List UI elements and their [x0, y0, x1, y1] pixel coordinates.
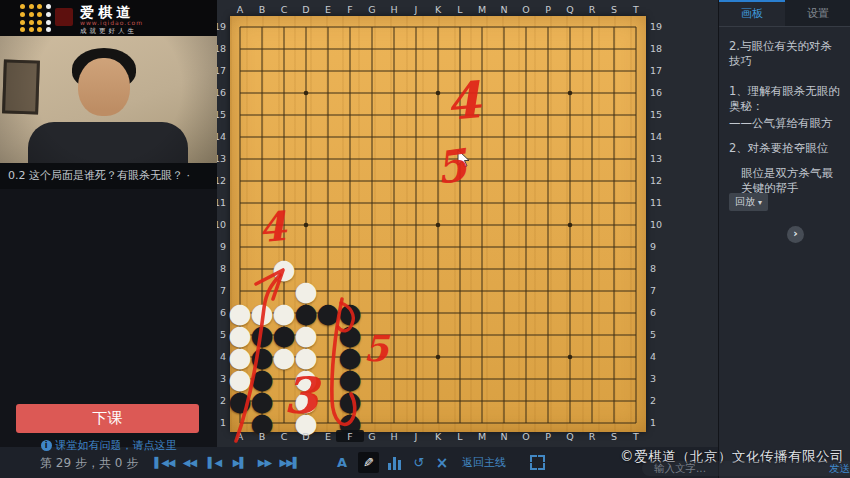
- note-line: 1、理解有眼杀无眼的奥秘：: [729, 84, 841, 114]
- coord-label: H: [388, 431, 400, 442]
- coord-label: F: [344, 431, 356, 442]
- replay-dropdown-label: 回放: [735, 196, 755, 207]
- fast-backward-button[interactable]: ◀◀: [177, 457, 202, 468]
- chevron-down-icon: ▾: [758, 198, 762, 207]
- coord-label: N: [498, 4, 510, 15]
- stone-black: ●: [317, 302, 339, 324]
- coord-label: M: [476, 431, 488, 442]
- coord-label: 16: [650, 87, 674, 98]
- lesson-question: 0.2 这个局面是谁死？有眼杀无眼？ ·: [0, 163, 217, 189]
- text-tool-button[interactable]: A: [332, 455, 352, 470]
- brand-bar: 爱棋道 www.iqidao.com 成就更好人生: [0, 0, 217, 36]
- coord-label: B: [256, 431, 268, 442]
- playback-buttons: ▌◀◀◀◀▌◀▶▌▶▶▶▶▌: [152, 457, 302, 468]
- coord-label: Q: [564, 431, 576, 442]
- step-forward-button[interactable]: ▶▌: [227, 457, 252, 468]
- coord-label: D: [300, 431, 312, 442]
- instructor-video: [0, 36, 217, 163]
- go-board[interactable]: ●●●●●●●●●●●●●●●●●●●●●●●●●●●●●: [230, 16, 646, 432]
- fast-forward-button[interactable]: ▶▶: [252, 457, 277, 468]
- coord-label: 6: [650, 307, 674, 318]
- coord-label: P: [542, 431, 554, 442]
- coord-label: C: [278, 4, 290, 15]
- coord-label: B: [256, 4, 268, 15]
- end-class-button[interactable]: 下课: [16, 404, 199, 433]
- note-line: 2.与眼位有关的对杀技巧: [729, 39, 841, 69]
- stone-white: ●: [273, 258, 295, 280]
- coord-label: S: [608, 431, 620, 442]
- brand-slogan: 成就更好人生: [80, 27, 210, 35]
- coord-label: 3: [650, 373, 674, 384]
- video-vignette: [0, 36, 217, 163]
- app-window: ●●●●●●●●●●●●●●●●●●●●●●●●●●●●● AABBCCDDEE…: [0, 0, 850, 478]
- coord-label: 15: [650, 109, 674, 120]
- panel-collapse-handle[interactable]: ›: [787, 226, 804, 243]
- brand-text: 爱棋道 www.iqidao.com 成就更好人生: [80, 5, 210, 35]
- info-icon: i: [41, 440, 52, 451]
- coord-label: K: [432, 4, 444, 15]
- tab-settings[interactable]: 设置: [785, 0, 850, 26]
- jump-start-button[interactable]: ▌◀◀: [152, 457, 177, 468]
- coord-label: E: [322, 4, 334, 15]
- coord-label: 17: [650, 65, 674, 76]
- chat-input-bar[interactable]: 输入文字... 发送: [642, 461, 850, 476]
- brand-name: 爱棋道: [80, 5, 210, 19]
- coord-label: R: [586, 431, 598, 442]
- tab-whiteboard[interactable]: 画板: [719, 0, 785, 26]
- coord-label: 4: [650, 351, 674, 362]
- chat-input[interactable]: 输入文字...: [654, 462, 706, 476]
- coord-label: E: [322, 431, 334, 442]
- coord-label: F: [344, 4, 356, 15]
- clear-ink-button[interactable]: ×: [432, 454, 452, 472]
- help-link[interactable]: i课堂如有问题，请点这里: [0, 438, 217, 453]
- brush-tool-button[interactable]: ✎: [358, 452, 379, 473]
- coord-label: 14: [650, 131, 674, 142]
- coord-label: C: [278, 431, 290, 442]
- coord-label: 1: [650, 417, 674, 428]
- coord-label: 5: [650, 329, 674, 340]
- lesson-notes: 2.与眼位有关的对杀技巧1、理解有眼杀无眼的奥秘：——公气算给有眼方2、对杀要抢…: [719, 27, 850, 196]
- coord-label: 19: [650, 21, 674, 32]
- coord-label: J: [410, 431, 422, 442]
- move-counter: 第 29 步，共 0 步: [40, 455, 138, 472]
- send-button[interactable]: 发送: [829, 462, 850, 476]
- brush-icon: ✎: [363, 455, 374, 470]
- coord-label: J: [410, 4, 422, 15]
- coord-label: 12: [650, 175, 674, 186]
- coord-label: M: [476, 4, 488, 15]
- coord-label: 8: [650, 263, 674, 274]
- chart-tool-button[interactable]: [388, 456, 404, 470]
- brand-url: www.iqidao.com: [80, 19, 210, 27]
- note-line: ——公气算给有眼方: [729, 116, 841, 131]
- right-panel: 画板 设置 2.与眼位有关的对杀技巧1、理解有眼杀无眼的奥秘：——公气算给有眼方…: [718, 0, 850, 478]
- stone-white: ●: [273, 346, 295, 368]
- coord-label: G: [366, 4, 378, 15]
- replay-dropdown[interactable]: 回放▾: [729, 193, 768, 211]
- coord-label: P: [542, 4, 554, 15]
- coord-label: A: [234, 4, 246, 15]
- fullscreen-icon[interactable]: [530, 455, 545, 470]
- coord-label: O: [520, 431, 532, 442]
- coord-label: 10: [650, 219, 674, 230]
- coord-label: A: [234, 431, 246, 442]
- coord-label: R: [586, 4, 598, 15]
- note-line: 眼位是双方杀气最关键的帮手: [729, 166, 841, 196]
- coord-label: L: [454, 4, 466, 15]
- coord-label: T: [630, 4, 642, 15]
- coord-label: 9: [650, 241, 674, 252]
- panel-tabbar: 画板 设置: [719, 0, 850, 27]
- help-link-label: 课堂如有问题，请点这里: [56, 439, 177, 452]
- step-back-button[interactable]: ▌◀: [202, 457, 227, 468]
- coord-label: K: [432, 431, 444, 442]
- undo-tool-button[interactable]: ↺: [409, 455, 429, 470]
- note-line: 2、对杀要抢夺眼位: [729, 141, 841, 156]
- coord-label: O: [520, 4, 532, 15]
- logo-dots-icon: [20, 4, 52, 33]
- coord-label: D: [300, 4, 312, 15]
- stone-black: ●: [229, 390, 251, 412]
- coord-label: 18: [650, 43, 674, 54]
- coord-label: L: [454, 431, 466, 442]
- coord-label: S: [608, 4, 620, 15]
- coord-label: 2: [650, 395, 674, 406]
- coord-label: T: [630, 431, 642, 442]
- playback-controls: ▌◀◀◀◀▌◀▶▌▶▶▶▶▌ A ✎ ↺ × 返回主线: [152, 450, 545, 475]
- coord-label: G: [366, 431, 378, 442]
- logo-seal-icon: [55, 8, 73, 26]
- jump-end-button[interactable]: ▶▶▌: [277, 457, 302, 468]
- left-panel: 爱棋道 www.iqidao.com 成就更好人生 0.2 这个局面是谁死？有眼…: [0, 0, 217, 447]
- coord-label: 11: [650, 197, 674, 208]
- return-mainline-button[interactable]: 返回主线: [462, 455, 506, 470]
- coord-label: 13: [650, 153, 674, 164]
- coord-label: Q: [564, 4, 576, 15]
- coord-label: N: [498, 431, 510, 442]
- coord-label: 7: [650, 285, 674, 296]
- coord-label: H: [388, 4, 400, 15]
